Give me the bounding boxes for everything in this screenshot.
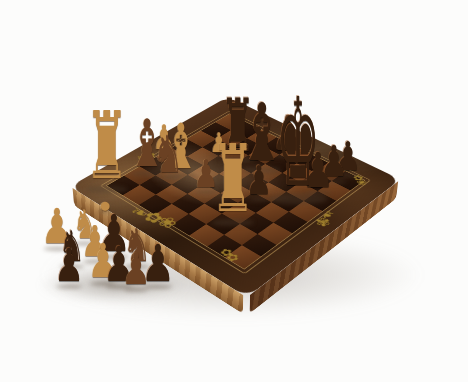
pawn-glyph: ♟ <box>54 243 84 288</box>
rook-glyph: ♜ <box>211 133 254 226</box>
chess-photo-scene: ❧✿❀✿✿❧✾✿❀❧✿✿ ♜♝♟♞♝♟♟♜♜♝♟♟♚♟♟♟♟♞♞♟♟♟♟♟♞♟♟… <box>0 0 468 382</box>
knight-glyph: ♞ <box>152 128 183 179</box>
rook-glyph: ♜ <box>85 100 128 193</box>
king-glyph: ♚ <box>276 82 320 203</box>
pawn-glyph: ♟ <box>121 247 150 291</box>
pieces-layer: ♜♝♟♞♝♟♟♜♜♝♟♟♚♟♟♟♟♞♞♟♟♟♟♟♞♟♟● <box>0 0 468 382</box>
